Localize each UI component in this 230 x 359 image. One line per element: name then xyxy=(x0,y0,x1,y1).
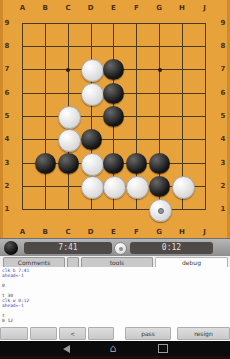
coord-label-E: E xyxy=(102,227,125,237)
white-stone-E2 xyxy=(103,176,126,199)
white-time: 0:12 xyxy=(130,242,213,254)
intersection-E1[interactable] xyxy=(103,198,126,221)
board-grid xyxy=(12,12,217,222)
intersection-F3[interactable] xyxy=(125,152,148,175)
black-stone-E3 xyxy=(103,153,124,174)
last-move-marker xyxy=(158,208,164,214)
intersection-C3[interactable] xyxy=(57,152,80,175)
intersection-G2[interactable] xyxy=(148,175,171,198)
white-stone-C5 xyxy=(58,106,81,129)
button-blank-4[interactable] xyxy=(88,327,114,340)
intersection-H6[interactable] xyxy=(171,82,194,105)
intersection-D4[interactable] xyxy=(80,128,103,151)
intersection-B3[interactable] xyxy=(34,152,57,175)
intersection-C7[interactable] xyxy=(57,58,80,81)
button-resign[interactable]: resign xyxy=(177,327,230,340)
intersection-A8[interactable] xyxy=(12,35,35,58)
button-<[interactable]: < xyxy=(59,327,86,340)
coord-label-2: 2 xyxy=(2,174,12,197)
intersection-C9[interactable] xyxy=(57,12,80,35)
coord-label-7: 7 xyxy=(2,58,12,81)
home-icon[interactable]: ⌂ xyxy=(103,341,123,356)
intersection-D9[interactable] xyxy=(80,12,103,35)
intersection-C2[interactable] xyxy=(57,175,80,198)
row-labels-left: 987654321 xyxy=(2,11,12,221)
intersection-G7[interactable] xyxy=(148,58,171,81)
tab-bar: Commentstoolsdebug xyxy=(0,256,230,267)
intersection-J2[interactable] xyxy=(194,175,217,198)
intersection-G9[interactable] xyxy=(148,12,171,35)
intersection-F7[interactable] xyxy=(125,58,148,81)
intersection-D7[interactable] xyxy=(80,58,103,81)
intersection-D6[interactable] xyxy=(80,82,103,105)
intersection-J9[interactable] xyxy=(194,12,217,35)
intersection-E3[interactable] xyxy=(103,152,126,175)
coord-label-1: 1 xyxy=(2,198,12,221)
coord-label-5: 5 xyxy=(218,104,228,127)
intersection-F2[interactable] xyxy=(125,175,148,198)
black-stone-E6 xyxy=(103,83,124,104)
tab-spacer[interactable] xyxy=(67,257,79,267)
intersection-G6[interactable] xyxy=(148,82,171,105)
black-stone-G2 xyxy=(149,176,170,197)
debug-line: 0 12 xyxy=(2,318,230,323)
app-screen: ABCDEFGHJ ABCDEFGHJ 987654321 987654321 … xyxy=(0,0,230,359)
black-stone-D4 xyxy=(81,129,102,150)
white-stone-D2 xyxy=(81,176,104,199)
coord-label-1: 1 xyxy=(218,198,228,221)
intersection-F1[interactable] xyxy=(125,198,148,221)
white-stone-D6 xyxy=(81,83,104,106)
android-nav-bar: ⌂ xyxy=(0,341,230,356)
intersection-H9[interactable] xyxy=(171,12,194,35)
intersection-E2[interactable] xyxy=(103,175,126,198)
column-labels-bottom: ABCDEFGHJ xyxy=(11,227,216,237)
intersection-B1[interactable] xyxy=(34,198,57,221)
tab-Comments[interactable]: Comments xyxy=(3,257,65,267)
intersection-B4[interactable] xyxy=(34,128,57,151)
intersection-B9[interactable] xyxy=(34,12,57,35)
coord-label-6: 6 xyxy=(2,81,12,104)
intersection-F8[interactable] xyxy=(125,35,148,58)
intersection-E6[interactable] xyxy=(103,82,126,105)
intersection-C6[interactable] xyxy=(57,82,80,105)
go-board: ABCDEFGHJ ABCDEFGHJ 987654321 987654321 xyxy=(0,0,230,238)
intersection-H4[interactable] xyxy=(171,128,194,151)
intersection-E7[interactable] xyxy=(103,58,126,81)
intersection-A2[interactable] xyxy=(12,175,35,198)
coord-label-8: 8 xyxy=(2,34,12,57)
white-stone-G1 xyxy=(149,199,172,222)
black-player-stone-icon xyxy=(4,241,18,255)
intersection-D5[interactable] xyxy=(80,105,103,128)
intersection-J6[interactable] xyxy=(194,82,217,105)
hoshi-point xyxy=(158,68,162,72)
tab-debug[interactable]: debug xyxy=(155,257,228,267)
intersection-G5[interactable] xyxy=(148,105,171,128)
intersection-F9[interactable] xyxy=(125,12,148,35)
coord-label-4: 4 xyxy=(2,128,12,151)
hoshi-point xyxy=(66,68,70,72)
button-blank-2[interactable] xyxy=(30,327,57,340)
black-stone-G3 xyxy=(149,153,170,174)
intersection-G1[interactable] xyxy=(148,198,171,221)
intersection-H8[interactable] xyxy=(171,35,194,58)
coord-label-9: 9 xyxy=(2,11,12,34)
intersection-B6[interactable] xyxy=(34,82,57,105)
intersection-D2[interactable] xyxy=(80,175,103,198)
back-icon[interactable] xyxy=(56,341,76,356)
coord-label-2: 2 xyxy=(218,174,228,197)
intersection-E5[interactable] xyxy=(103,105,126,128)
coord-label-7: 7 xyxy=(218,58,228,81)
intersection-D8[interactable] xyxy=(80,35,103,58)
white-stone-C4 xyxy=(58,129,81,152)
clock-bar: 7:41 0:12 xyxy=(0,238,230,256)
intersection-B5[interactable] xyxy=(34,105,57,128)
intersection-F6[interactable] xyxy=(125,82,148,105)
intersection-H1[interactable] xyxy=(171,198,194,221)
button-pass[interactable]: pass xyxy=(125,327,171,340)
coord-label-J: J xyxy=(193,227,216,237)
button-blank-1[interactable] xyxy=(0,327,28,340)
tab-tools[interactable]: tools xyxy=(81,257,153,267)
intersection-H7[interactable] xyxy=(171,58,194,81)
intersection-C4[interactable] xyxy=(57,128,80,151)
intersection-J8[interactable] xyxy=(194,35,217,58)
intersection-J7[interactable] xyxy=(194,58,217,81)
intersection-A4[interactable] xyxy=(12,128,35,151)
black-time: 7:41 xyxy=(24,242,112,254)
coord-label-4: 4 xyxy=(218,128,228,151)
white-stone-dot xyxy=(119,247,123,251)
intersection-C5[interactable] xyxy=(57,105,80,128)
recent-apps-icon[interactable] xyxy=(153,341,173,356)
intersection-F5[interactable] xyxy=(125,105,148,128)
debug-panel: clk b 7:41ahead=-1 0 t 30clk w 0:12ahead… xyxy=(0,267,230,326)
intersection-A1[interactable] xyxy=(12,198,35,221)
intersection-A5[interactable] xyxy=(12,105,35,128)
intersection-B8[interactable] xyxy=(34,35,57,58)
intersection-G3[interactable] xyxy=(148,152,171,175)
intersection-D1[interactable] xyxy=(80,198,103,221)
intersection-D3[interactable] xyxy=(80,152,103,175)
coord-label-3: 3 xyxy=(2,151,12,174)
coord-label-9: 9 xyxy=(218,11,228,34)
intersection-A6[interactable] xyxy=(12,82,35,105)
intersection-E9[interactable] xyxy=(103,12,126,35)
coord-label-5: 5 xyxy=(2,104,12,127)
white-stone-D3 xyxy=(81,153,104,176)
intersection-A3[interactable] xyxy=(12,152,35,175)
coord-label-6: 6 xyxy=(218,81,228,104)
intersection-A7[interactable] xyxy=(12,58,35,81)
intersection-A9[interactable] xyxy=(12,12,35,35)
coord-label-3: 3 xyxy=(218,151,228,174)
black-stone-E5 xyxy=(103,106,124,127)
coord-label-F: F xyxy=(125,227,148,237)
black-stone-F3 xyxy=(126,153,147,174)
white-player-stone-icon xyxy=(114,242,127,255)
intersection-B2[interactable] xyxy=(34,175,57,198)
intersection-G4[interactable] xyxy=(148,128,171,151)
intersection-B7[interactable] xyxy=(34,58,57,81)
coord-label-D: D xyxy=(79,227,102,237)
coord-label-G: G xyxy=(148,227,171,237)
black-stone-C3 xyxy=(58,153,79,174)
intersection-H3[interactable] xyxy=(171,152,194,175)
coord-label-8: 8 xyxy=(218,34,228,57)
black-stone-B3 xyxy=(35,153,56,174)
intersection-G8[interactable] xyxy=(148,35,171,58)
white-stone-H2 xyxy=(172,176,195,199)
white-stone-F2 xyxy=(126,176,149,199)
intersection-F4[interactable] xyxy=(125,128,148,151)
white-stone-D7 xyxy=(81,59,104,82)
intersection-C8[interactable] xyxy=(57,35,80,58)
intersection-J3[interactable] xyxy=(194,152,217,175)
intersection-C1[interactable] xyxy=(57,198,80,221)
intersection-E4[interactable] xyxy=(103,128,126,151)
intersection-H5[interactable] xyxy=(171,105,194,128)
coord-label-C: C xyxy=(57,227,80,237)
intersection-H2[interactable] xyxy=(171,175,194,198)
coord-label-H: H xyxy=(170,227,193,237)
intersection-J1[interactable] xyxy=(194,198,217,221)
button-row: <passresign xyxy=(0,326,230,341)
row-labels-right: 987654321 xyxy=(218,11,228,221)
intersection-J4[interactable] xyxy=(194,128,217,151)
black-stone-E7 xyxy=(103,59,124,80)
coord-label-B: B xyxy=(34,227,57,237)
intersection-J5[interactable] xyxy=(194,105,217,128)
intersection-E8[interactable] xyxy=(103,35,126,58)
coord-label-A: A xyxy=(11,227,34,237)
